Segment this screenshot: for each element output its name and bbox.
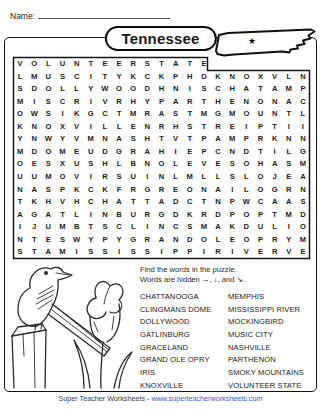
grid-cell-r12c12: D bbox=[169, 196, 183, 209]
word-list-item: GRACELAND bbox=[140, 341, 228, 354]
grid-cell-r16c9: S bbox=[126, 246, 140, 259]
grid-cell-r11c14: N bbox=[197, 183, 211, 196]
grid-cell-r16c20: V bbox=[282, 246, 296, 259]
grid-cell-r6c2: N bbox=[27, 120, 41, 133]
grid-cell-r16c6: S bbox=[84, 246, 98, 259]
grid-cell-r5c8: T bbox=[112, 108, 126, 121]
grid-cell-r8c2: D bbox=[27, 145, 41, 158]
grid-cell-r5c5: K bbox=[70, 108, 84, 121]
grid-cell-r7c3: W bbox=[41, 133, 55, 146]
name-blank-line bbox=[38, 9, 170, 19]
grid-cell-r13c2: G bbox=[27, 208, 41, 221]
grid-cell-r2c8: Y bbox=[112, 70, 126, 83]
grid-cell-r3c8: O bbox=[112, 83, 126, 96]
grid-cell-r16c3: A bbox=[41, 246, 55, 259]
grid-cell-r15c15: L bbox=[211, 233, 225, 246]
grid-cell-r14c20: I bbox=[282, 221, 296, 234]
grid-cell-r10c19: J bbox=[268, 171, 282, 184]
grid-cell-r15c16: E bbox=[225, 233, 239, 246]
grid-cell-r8c15: C bbox=[211, 145, 225, 158]
grid-cell-r5c13: T bbox=[183, 108, 197, 121]
grid-cell-r6c9: E bbox=[126, 120, 140, 133]
grid-cell-r14c16: K bbox=[225, 221, 239, 234]
grid-cell-r2c3: U bbox=[41, 70, 55, 83]
grid-cell-r13c7: N bbox=[98, 208, 112, 221]
grid-cell-r5c19: N bbox=[268, 108, 282, 121]
grid-cell-r15c5: W bbox=[70, 233, 84, 246]
grid-cell-r11c5: K bbox=[70, 183, 84, 196]
grid-cell-r1c3: L bbox=[41, 58, 55, 71]
grid-cell-r7c4: Y bbox=[55, 133, 69, 146]
grid-cell-r7c7: N bbox=[98, 133, 112, 146]
grid-cell-r15c2: T bbox=[27, 233, 41, 246]
grid-cell-r15c8: Y bbox=[112, 233, 126, 246]
grid-cell-r16c21: E bbox=[296, 246, 310, 259]
grid-cell-r5c6: G bbox=[84, 108, 98, 121]
instructions-line1: Find the words in the puzzle. bbox=[140, 265, 245, 275]
grid-cell-r2c13: H bbox=[183, 70, 197, 83]
grid-cell-r2c17: O bbox=[239, 70, 253, 83]
grid-cell-r13c8: B bbox=[112, 208, 126, 221]
grid-cell-r15c18: P bbox=[253, 233, 267, 246]
grid-cell-r6c21: I bbox=[296, 120, 310, 133]
grid-cell-r8c13: E bbox=[183, 145, 197, 158]
grid-cell-r11c10: G bbox=[140, 183, 154, 196]
grid-cell-r14c18: U bbox=[253, 221, 267, 234]
grid-cell-r7c17: P bbox=[239, 133, 253, 146]
grid-cell-r15c7: P bbox=[98, 233, 112, 246]
grid-cell-r3c16: H bbox=[225, 83, 239, 96]
grid-cell-r13c14: R bbox=[197, 208, 211, 221]
grid-cell-r14c1: I bbox=[13, 221, 27, 234]
grid-cell-r1c13: T bbox=[183, 58, 197, 71]
grid-cell-r8c20: L bbox=[282, 145, 296, 158]
grid-cell-r6c14: T bbox=[197, 120, 211, 133]
grid-cell-r16c1: S bbox=[13, 246, 27, 259]
grid-cell-r14c4: M bbox=[55, 221, 69, 234]
grid-cell-r8c12: I bbox=[169, 145, 183, 158]
grid-cell-r4c17: N bbox=[239, 95, 253, 108]
grid-cell-r8c7: D bbox=[98, 145, 112, 158]
grid-cell-r11c19: G bbox=[268, 183, 282, 196]
grid-cell-r15c9: G bbox=[126, 233, 140, 246]
grid-cell-r6c7: L bbox=[98, 120, 112, 133]
grid-cell-r7c5: V bbox=[70, 133, 84, 146]
grid-cell-r5c1: O bbox=[13, 108, 27, 121]
grid-cell-r12c14: T bbox=[197, 196, 211, 209]
grid-cell-r9c8: L bbox=[112, 158, 126, 171]
grid-cell-r12c5: H bbox=[70, 196, 84, 209]
grid-cell-r3c4: L bbox=[55, 83, 69, 96]
grid-cell-r5c10: R bbox=[140, 108, 154, 121]
word-list-item: MOCKINGBIRD bbox=[228, 315, 312, 328]
grid-cell-r6c5: V bbox=[70, 120, 84, 133]
grid-cell-r3c2: D bbox=[27, 83, 41, 96]
grid-cell-r2c18: X bbox=[253, 70, 267, 83]
grid-cell-r10c21: A bbox=[296, 171, 310, 184]
grid-cell-r15c17: O bbox=[239, 233, 253, 246]
word-list-item: SMOKY MOUNTAINS bbox=[228, 366, 312, 379]
grid-cell-r3c15: C bbox=[211, 83, 225, 96]
grid-cell-r3c7: W bbox=[98, 83, 112, 96]
grid-cell-r13c3: A bbox=[41, 208, 55, 221]
grid-cell-r14c10: I bbox=[140, 221, 154, 234]
grid-cell-r2c6: I bbox=[84, 70, 98, 83]
grid-cell-r12c17: W bbox=[239, 196, 253, 209]
grid-cell-r9c17: O bbox=[239, 158, 253, 171]
grid-cell-r5c3: S bbox=[41, 108, 55, 121]
grid-cell-r4c12: A bbox=[169, 95, 183, 108]
grid-cell-r6c16: E bbox=[225, 120, 239, 133]
grid-cell-r13c18: P bbox=[253, 208, 267, 221]
grid-cell-r7c21: N bbox=[296, 133, 310, 146]
grid-cell-r6c12: H bbox=[169, 120, 183, 133]
grid-cell-r12c7: H bbox=[98, 196, 112, 209]
grid-cell-r2c21: N bbox=[296, 70, 310, 83]
tennessee-state-icon: ★ bbox=[212, 27, 318, 60]
grid-cell-r6c13: S bbox=[183, 120, 197, 133]
grid-cell-r8c14: P bbox=[197, 145, 211, 158]
grid-cell-r9c3: S bbox=[41, 158, 55, 171]
grid-cell-r10c9: U bbox=[126, 171, 140, 184]
grid-cell-r4c21: C bbox=[296, 95, 310, 108]
word-list: CHATTANOOGACLINGMANS DOMEDOLLYWOODGATLIN… bbox=[140, 290, 312, 392]
word-list-left-column: CHATTANOOGACLINGMANS DOMEDOLLYWOODGATLIN… bbox=[140, 290, 228, 392]
grid-cell-r3c14: S bbox=[197, 83, 211, 96]
grid-cell-r4c3: S bbox=[41, 95, 55, 108]
grid-cell-r5c14: M bbox=[197, 108, 211, 121]
grid-cell-r14c3: U bbox=[41, 221, 55, 234]
grid-cell-r11c18: O bbox=[253, 183, 267, 196]
grid-cell-r7c8: A bbox=[112, 133, 126, 146]
grid-cell-r11c12: E bbox=[169, 183, 183, 196]
grid-cell-r3c6: Y bbox=[84, 83, 98, 96]
grid-cell-r12c10: T bbox=[140, 196, 154, 209]
grid-cell-r3c10: D bbox=[140, 83, 154, 96]
grid-cell-r1c10: S bbox=[140, 58, 154, 71]
grid-cell-r5c17: O bbox=[239, 108, 253, 121]
grid-cell-r15c4: S bbox=[55, 233, 69, 246]
grid-cell-r4c14: T bbox=[197, 95, 211, 108]
grid-cell-r1c9: R bbox=[126, 58, 140, 71]
grid-cell-r16c19: R bbox=[268, 246, 282, 259]
grid-cell-r16c2: T bbox=[27, 246, 41, 259]
grid-cell-r5c9: M bbox=[126, 108, 140, 121]
word-list-item: MUSIC CITY bbox=[228, 328, 312, 341]
grid-cell-r12c1: T bbox=[13, 196, 27, 209]
wordsearch-letter-grid: VOLUNTEERSTATELMUSCITYKCKPHDKNOXVLNSDOLL… bbox=[13, 58, 310, 259]
grid-cell-r10c15: L bbox=[211, 171, 225, 184]
grid-cell-r13c6: I bbox=[84, 208, 98, 221]
grid-cell-r8c4: M bbox=[55, 145, 69, 158]
grid-cell-r9c10: N bbox=[140, 158, 154, 171]
grid-cell-r12c15: N bbox=[211, 196, 225, 209]
grid-cell-r1c12: A bbox=[169, 58, 183, 71]
grid-cell-r2c19: V bbox=[268, 70, 282, 83]
grid-cell-r10c20: E bbox=[282, 171, 296, 184]
grid-cell-r7c11: T bbox=[154, 133, 168, 146]
grid-cell-r6c17: I bbox=[239, 120, 253, 133]
grid-cell-r8c11: H bbox=[154, 145, 168, 158]
grid-cell-r9c4: X bbox=[55, 158, 69, 171]
grid-cell-r10c4: O bbox=[55, 171, 69, 184]
grid-cell-r7c15: A bbox=[211, 133, 225, 146]
grid-cell-r11c15: A bbox=[211, 183, 225, 196]
grid-cell-r2c11: K bbox=[154, 70, 168, 83]
name-label: Name: bbox=[10, 11, 35, 21]
word-list-item: MISSISSIPPI RIVER bbox=[228, 303, 312, 316]
grid-cell-r13c13: K bbox=[183, 208, 197, 221]
grid-cell-r12c19: A bbox=[268, 196, 282, 209]
footer: Super Teacher Worksheets - www.superteac… bbox=[0, 394, 321, 403]
grid-cell-r4c13: R bbox=[183, 95, 197, 108]
grid-cell-r12c4: V bbox=[55, 196, 69, 209]
grid-cell-r12c2: K bbox=[27, 196, 41, 209]
grid-cell-r7c18: R bbox=[253, 133, 267, 146]
grid-cell-r1c4: U bbox=[55, 58, 69, 71]
grid-cell-r2c2: M bbox=[27, 70, 41, 83]
grid-cell-r1c1: V bbox=[13, 58, 27, 71]
grid-cell-r14c13: S bbox=[183, 221, 197, 234]
grid-cell-r15c20: Y bbox=[282, 233, 296, 246]
grid-cell-r4c7: V bbox=[98, 95, 112, 108]
grid-cell-r6c6: I bbox=[84, 120, 98, 133]
grid-cell-r11c11: R bbox=[154, 183, 168, 196]
grid-cell-r3c20: M bbox=[282, 83, 296, 96]
grid-cell-r1c6: T bbox=[84, 58, 98, 71]
grid-cell-r16c7: S bbox=[98, 246, 112, 259]
grid-cell-r13c5: L bbox=[70, 208, 84, 221]
grid-cell-r16c13: P bbox=[183, 246, 197, 259]
grid-cell-r11c20: R bbox=[282, 183, 296, 196]
grid-cell-r10c2: U bbox=[27, 171, 41, 184]
grid-cell-r7c6: M bbox=[84, 133, 98, 146]
grid-cell-r10c7: R bbox=[98, 171, 112, 184]
grid-cell-r4c4: C bbox=[55, 95, 69, 108]
grid-cell-r4c6: I bbox=[84, 95, 98, 108]
grid-cell-r16c11: I bbox=[154, 246, 168, 259]
grid-cell-r8c3: O bbox=[41, 145, 55, 158]
grid-cell-r1c8: E bbox=[112, 58, 126, 71]
grid-cell-r14c8: C bbox=[112, 221, 126, 234]
grid-cell-r13c15: D bbox=[211, 208, 225, 221]
grid-cell-r5c20: T bbox=[282, 108, 296, 121]
grid-cell-r3c18: T bbox=[253, 83, 267, 96]
grid-cell-r4c18: O bbox=[253, 95, 267, 108]
grid-cell-r14c21: O bbox=[296, 221, 310, 234]
grid-cell-r4c10: Y bbox=[140, 95, 154, 108]
grid-cell-r14c5: B bbox=[70, 221, 84, 234]
grid-cell-r15c1: N bbox=[13, 233, 27, 246]
grid-cell-r11c13: O bbox=[183, 183, 197, 196]
grid-cell-r9c20: S bbox=[282, 158, 296, 171]
word-list-item: PARTHENON bbox=[228, 353, 312, 366]
grid-cell-r16c17: V bbox=[239, 246, 253, 259]
footer-brand: Super Teacher Worksheets - bbox=[59, 394, 152, 403]
grid-cell-r9c11: O bbox=[154, 158, 168, 171]
grid-cell-r9c13: E bbox=[183, 158, 197, 171]
grid-cell-r16c15: R bbox=[211, 246, 225, 259]
grid-cell-r6c10: N bbox=[140, 120, 154, 133]
word-list-item: DOLLYWOOD bbox=[140, 315, 228, 328]
grid-cell-r6c3: O bbox=[41, 120, 55, 133]
word-list-item: IRIS bbox=[140, 366, 228, 379]
grid-cell-r4c2: I bbox=[27, 95, 41, 108]
word-list-item: CHATTANOOGA bbox=[140, 290, 228, 303]
grid-cell-r13c20: M bbox=[282, 208, 296, 221]
grid-cell-r9c15: E bbox=[211, 158, 225, 171]
grid-cell-r13c12: D bbox=[169, 208, 183, 221]
grid-cell-r10c1: U bbox=[13, 171, 27, 184]
grid-cell-r4c5: R bbox=[70, 95, 84, 108]
grid-cell-r15c21: M bbox=[296, 233, 310, 246]
grid-cell-r14c19: L bbox=[268, 221, 282, 234]
grid-cell-r3c12: N bbox=[169, 83, 183, 96]
grid-cell-r9c2: E bbox=[27, 158, 41, 171]
grid-cell-r13c11: G bbox=[154, 208, 168, 221]
grid-cell-r13c9: U bbox=[126, 208, 140, 221]
grid-cell-r15c11: A bbox=[154, 233, 168, 246]
grid-cell-r9c7: H bbox=[98, 158, 112, 171]
grid-cell-r2c1: L bbox=[13, 70, 27, 83]
grid-cell-r5c21: L bbox=[296, 108, 310, 121]
grid-cell-r9c5: U bbox=[70, 158, 84, 171]
grid-cell-r6c1: K bbox=[13, 120, 27, 133]
grid-cell-r3c21: P bbox=[296, 83, 310, 96]
grid-cell-r6c19: T bbox=[268, 120, 282, 133]
grid-cell-r8c1: M bbox=[13, 145, 27, 158]
grid-cell-r4c9: H bbox=[126, 95, 140, 108]
grid-cell-r5c16: M bbox=[225, 108, 239, 121]
grid-cell-r6c20: I bbox=[282, 120, 296, 133]
grid-cell-r2c15: K bbox=[211, 70, 225, 83]
grid-cell-r11c1: N bbox=[13, 183, 27, 196]
grid-cell-r2c12: P bbox=[169, 70, 183, 83]
grid-cell-r10c14: L bbox=[197, 171, 211, 184]
grid-cell-r7c14: P bbox=[197, 133, 211, 146]
grid-cell-r11c21: N bbox=[296, 183, 310, 196]
grid-cell-r15c13: D bbox=[183, 233, 197, 246]
grid-cell-r7c12: V bbox=[169, 133, 183, 146]
grid-cell-r11c7: K bbox=[98, 183, 112, 196]
grid-cell-r2c5: C bbox=[70, 70, 84, 83]
grid-cell-r1c14: E bbox=[197, 58, 211, 71]
grid-cell-r16c16: I bbox=[225, 246, 239, 259]
grid-cell-r16c12: P bbox=[169, 246, 183, 259]
grid-cell-r2c16: N bbox=[225, 70, 239, 83]
grid-cell-r12c3: H bbox=[41, 196, 55, 209]
grid-cell-r10c16: S bbox=[225, 171, 239, 184]
grid-cell-r2c9: K bbox=[126, 70, 140, 83]
grid-cell-r7c16: M bbox=[225, 133, 239, 146]
grid-cell-r10c10: I bbox=[140, 171, 154, 184]
grid-cell-r7c19: K bbox=[268, 133, 282, 146]
grid-cell-r4c16: E bbox=[225, 95, 239, 108]
grid-cell-r13c4: T bbox=[55, 208, 69, 221]
footer-url-link[interactable]: www.superteacherworksheets.com bbox=[151, 394, 262, 403]
grid-cell-r9c18: H bbox=[253, 158, 267, 171]
grid-cell-r7c10: H bbox=[140, 133, 154, 146]
grid-cell-r8c19: I bbox=[268, 145, 282, 158]
grid-cell-r6c4: X bbox=[55, 120, 69, 133]
grid-cell-r11c9: R bbox=[126, 183, 140, 196]
grid-cell-r14c9: L bbox=[126, 221, 140, 234]
grid-cell-r9c6: S bbox=[84, 158, 98, 171]
grid-cell-r2c20: L bbox=[282, 70, 296, 83]
grid-cell-r9c21: M bbox=[296, 158, 310, 171]
grid-cell-r11c4: P bbox=[55, 183, 69, 196]
grid-cell-r13c19: T bbox=[268, 208, 282, 221]
grid-cell-r3c11: H bbox=[154, 83, 168, 96]
grid-cell-r15c3: E bbox=[41, 233, 55, 246]
grid-cell-r13c1: A bbox=[13, 208, 27, 221]
instructions-line2: Words are hidden →, ↓, and ↘. bbox=[140, 275, 245, 285]
grid-cell-r10c12: L bbox=[169, 171, 183, 184]
grid-cell-r1c2: O bbox=[27, 58, 41, 71]
grid-cell-r3c19: A bbox=[268, 83, 282, 96]
grid-cell-r2c10: C bbox=[140, 70, 154, 83]
grid-cell-r4c19: N bbox=[268, 95, 282, 108]
grid-cell-r3c1: S bbox=[13, 83, 27, 96]
grid-cell-r4c8: R bbox=[112, 95, 126, 108]
grid-cell-r10c6: I bbox=[84, 171, 98, 184]
grid-cell-r16c5: I bbox=[70, 246, 84, 259]
grid-cell-r10c17: L bbox=[239, 171, 253, 184]
grid-cell-r5c15: G bbox=[211, 108, 225, 121]
state-star-icon: ★ bbox=[248, 36, 256, 46]
grid-cell-r9c16: S bbox=[225, 158, 239, 171]
grid-cell-r6c15: R bbox=[211, 120, 225, 133]
grid-cell-r9c14: V bbox=[197, 158, 211, 171]
grid-cell-r13c16: P bbox=[225, 208, 239, 221]
grid-cell-r10c13: M bbox=[183, 171, 197, 184]
grid-cell-r15c12: N bbox=[169, 233, 183, 246]
grid-cell-r16c10: S bbox=[140, 246, 154, 259]
name-row: Name: bbox=[10, 9, 170, 21]
word-list-right-column: MEMPHISMISSISSIPPI RIVERMOCKINGBIRDMUSIC… bbox=[228, 290, 312, 392]
grid-cell-r1c5: N bbox=[70, 58, 84, 71]
grid-cell-r5c7: C bbox=[98, 108, 112, 121]
grid-cell-r8c5: E bbox=[70, 145, 84, 158]
grid-cell-r7c20: N bbox=[282, 133, 296, 146]
grid-cell-r7c2: N bbox=[27, 133, 41, 146]
grid-cell-r12c18: C bbox=[253, 196, 267, 209]
grid-cell-r8c8: G bbox=[112, 145, 126, 158]
word-list-item: GRAND OLE OPRY bbox=[140, 353, 228, 366]
grid-cell-r12c21: S bbox=[296, 196, 310, 209]
word-list-item: MEMPHIS bbox=[228, 290, 312, 303]
grid-cell-r11c16: I bbox=[225, 183, 239, 196]
grid-cell-r16c8: I bbox=[112, 246, 126, 259]
grid-cell-r14c17: D bbox=[239, 221, 253, 234]
grid-cell-r4c15: H bbox=[211, 95, 225, 108]
grid-cell-r14c11: N bbox=[154, 221, 168, 234]
grid-cell-r10c18: O bbox=[253, 171, 267, 184]
grid-cell-r8c17: D bbox=[239, 145, 253, 158]
grid-cell-r2c4: S bbox=[55, 70, 69, 83]
grid-cell-r3c13: I bbox=[183, 83, 197, 96]
grid-cell-r10c3: M bbox=[41, 171, 55, 184]
grid-cell-r3c9: O bbox=[126, 83, 140, 96]
grid-cell-r14c12: C bbox=[169, 221, 183, 234]
grid-cell-r12c13: C bbox=[183, 196, 197, 209]
grid-cell-r9c9: B bbox=[126, 158, 140, 171]
grid-cell-r8c6: U bbox=[84, 145, 98, 158]
grid-cell-r4c20: A bbox=[282, 95, 296, 108]
grid-cell-r16c4: M bbox=[55, 246, 69, 259]
grid-cell-r15c6: Y bbox=[84, 233, 98, 246]
grid-cell-r15c14: O bbox=[197, 233, 211, 246]
